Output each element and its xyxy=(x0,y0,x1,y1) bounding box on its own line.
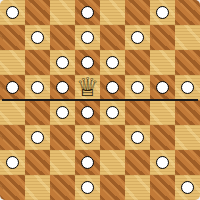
square-h6[interactable] xyxy=(175,50,200,75)
square-e8[interactable] xyxy=(100,0,125,25)
square-e3[interactable] xyxy=(100,125,125,150)
move-marker-b5[interactable] xyxy=(31,81,44,94)
move-marker-h5[interactable] xyxy=(181,81,194,94)
square-g1[interactable] xyxy=(150,175,175,200)
square-d8[interactable] xyxy=(75,0,100,25)
square-e7[interactable] xyxy=(100,25,125,50)
square-a6[interactable] xyxy=(0,50,25,75)
move-marker-g8[interactable] xyxy=(156,6,169,19)
square-e2[interactable] xyxy=(100,150,125,175)
move-marker-e6[interactable] xyxy=(106,56,119,69)
chess-board: ♕ xyxy=(0,0,200,200)
move-marker-h1[interactable] xyxy=(181,181,194,194)
square-b7[interactable] xyxy=(25,25,50,50)
move-marker-g5[interactable] xyxy=(156,81,169,94)
square-d7[interactable] xyxy=(75,25,100,50)
square-a1[interactable] xyxy=(0,175,25,200)
move-marker-d8[interactable] xyxy=(81,6,94,19)
move-marker-b3[interactable] xyxy=(31,131,44,144)
move-marker-d7[interactable] xyxy=(81,31,94,44)
move-marker-f7[interactable] xyxy=(131,31,144,44)
square-c7[interactable] xyxy=(50,25,75,50)
move-marker-d3[interactable] xyxy=(81,131,94,144)
square-g3[interactable] xyxy=(150,125,175,150)
square-a7[interactable] xyxy=(0,25,25,50)
square-h1[interactable] xyxy=(175,175,200,200)
square-g4[interactable] xyxy=(150,100,175,125)
square-h8[interactable] xyxy=(175,0,200,25)
square-f3[interactable] xyxy=(125,125,150,150)
square-d5[interactable]: ♕ xyxy=(75,75,100,100)
square-e6[interactable] xyxy=(100,50,125,75)
square-b8[interactable] xyxy=(25,0,50,25)
square-f1[interactable] xyxy=(125,175,150,200)
square-d2[interactable] xyxy=(75,150,100,175)
square-a5[interactable] xyxy=(0,75,25,100)
square-h4[interactable] xyxy=(175,100,200,125)
square-g6[interactable] xyxy=(150,50,175,75)
move-marker-e4[interactable] xyxy=(106,106,119,119)
square-b6[interactable] xyxy=(25,50,50,75)
move-marker-c6[interactable] xyxy=(56,56,69,69)
square-e5[interactable] xyxy=(100,75,125,100)
square-f2[interactable] xyxy=(125,150,150,175)
square-f5[interactable] xyxy=(125,75,150,100)
move-marker-e5[interactable] xyxy=(106,81,119,94)
square-f7[interactable] xyxy=(125,25,150,50)
square-f6[interactable] xyxy=(125,50,150,75)
board-midline xyxy=(2,99,198,101)
move-marker-f3[interactable] xyxy=(131,131,144,144)
square-d1[interactable] xyxy=(75,175,100,200)
square-g2[interactable] xyxy=(150,150,175,175)
square-c1[interactable] xyxy=(50,175,75,200)
move-marker-a8[interactable] xyxy=(6,6,19,19)
square-f4[interactable] xyxy=(125,100,150,125)
square-e4[interactable] xyxy=(100,100,125,125)
square-a8[interactable] xyxy=(0,0,25,25)
square-c4[interactable] xyxy=(50,100,75,125)
white-queen[interactable]: ♕ xyxy=(76,75,99,100)
square-b3[interactable] xyxy=(25,125,50,150)
square-c5[interactable] xyxy=(50,75,75,100)
move-marker-a2[interactable] xyxy=(6,156,19,169)
square-e1[interactable] xyxy=(100,175,125,200)
square-h3[interactable] xyxy=(175,125,200,150)
move-marker-c5[interactable] xyxy=(56,81,69,94)
square-c3[interactable] xyxy=(50,125,75,150)
square-f8[interactable] xyxy=(125,0,150,25)
square-b1[interactable] xyxy=(25,175,50,200)
square-b2[interactable] xyxy=(25,150,50,175)
square-h7[interactable] xyxy=(175,25,200,50)
square-c6[interactable] xyxy=(50,50,75,75)
square-a4[interactable] xyxy=(0,100,25,125)
square-c8[interactable] xyxy=(50,0,75,25)
square-d3[interactable] xyxy=(75,125,100,150)
square-b4[interactable] xyxy=(25,100,50,125)
square-a3[interactable] xyxy=(0,125,25,150)
square-g5[interactable] xyxy=(150,75,175,100)
move-marker-b7[interactable] xyxy=(31,31,44,44)
move-marker-f5[interactable] xyxy=(131,81,144,94)
square-g7[interactable] xyxy=(150,25,175,50)
square-b5[interactable] xyxy=(25,75,50,100)
square-h2[interactable] xyxy=(175,150,200,175)
square-d4[interactable] xyxy=(75,100,100,125)
move-marker-c4[interactable] xyxy=(56,106,69,119)
move-marker-d1[interactable] xyxy=(81,181,94,194)
move-marker-d2[interactable] xyxy=(81,156,94,169)
move-marker-d4[interactable] xyxy=(81,106,94,119)
square-a2[interactable] xyxy=(0,150,25,175)
move-marker-g2[interactable] xyxy=(156,156,169,169)
square-g8[interactable] xyxy=(150,0,175,25)
square-c2[interactable] xyxy=(50,150,75,175)
square-h5[interactable] xyxy=(175,75,200,100)
move-marker-a5[interactable] xyxy=(6,81,19,94)
move-marker-d6[interactable] xyxy=(81,56,94,69)
